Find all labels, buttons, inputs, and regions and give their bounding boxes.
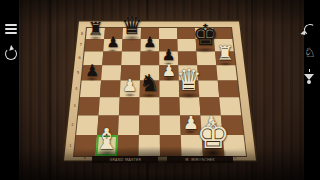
menu-bar	[5, 28, 17, 30]
menu-bar	[5, 24, 17, 26]
undo-arrow-icon	[303, 23, 317, 36]
circular-arrow-icon	[5, 48, 17, 60]
rotate-board-icon[interactable]	[5, 48, 17, 60]
menu-icon[interactable]	[5, 24, 17, 34]
lamp-wire	[309, 69, 310, 72]
board-drop-shadow	[52, 146, 268, 172]
menu-bar	[5, 32, 17, 34]
undo-icon[interactable]	[304, 24, 316, 35]
black-player-nameplate: M. MIROSCHEK	[167, 156, 233, 163]
chess-app-screen: abcdefgh87654321♜♛♟♟♚♟♜♟♟♟♞♛♟♟♚♝ GRAND M…	[0, 0, 320, 180]
knight-icon: ♘	[304, 45, 316, 60]
piece-set-icon[interactable]: ♘	[304, 46, 316, 59]
black-player-label: M. MIROSCHEK	[185, 157, 215, 161]
white-player-nameplate: GRAND MASTER	[92, 156, 158, 163]
hint-lamp-icon[interactable]	[304, 69, 314, 84]
lamp-bulb	[307, 80, 311, 84]
white-player-label: GRAND MASTER	[109, 157, 141, 161]
